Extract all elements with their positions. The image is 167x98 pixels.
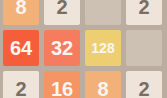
empty-cell: [85, 0, 121, 25]
tile-2: 2: [3, 71, 39, 98]
tile-128: 128: [85, 30, 121, 66]
tile-8: 8: [3, 0, 39, 25]
tile-8: 8: [85, 71, 121, 98]
empty-cell: [126, 30, 162, 66]
tile-2: 2: [44, 0, 80, 25]
game-screen: 822643212821682: [0, 0, 167, 98]
board[interactable]: 822643212821682: [3, 0, 162, 98]
tile-64: 64: [3, 30, 39, 66]
tile-2: 2: [126, 71, 162, 98]
tile-32: 32: [44, 30, 80, 66]
tile-2: 2: [126, 0, 162, 25]
tile-16: 16: [44, 71, 80, 98]
